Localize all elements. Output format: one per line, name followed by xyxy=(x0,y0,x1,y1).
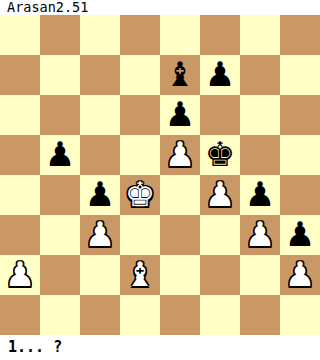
square-b3[interactable] xyxy=(40,215,80,255)
square-g4[interactable]: ♟ xyxy=(240,175,280,215)
move-prompt: 1... ? xyxy=(0,335,320,360)
square-g8[interactable] xyxy=(240,15,280,55)
square-b1[interactable] xyxy=(40,295,80,335)
square-c5[interactable] xyxy=(80,135,120,175)
square-e7[interactable]: ♝ xyxy=(160,55,200,95)
square-c2[interactable] xyxy=(80,255,120,295)
square-a4[interactable] xyxy=(0,175,40,215)
square-b8[interactable] xyxy=(40,15,80,55)
black-pawn-g4: ♟ xyxy=(245,175,275,214)
square-a3[interactable] xyxy=(0,215,40,255)
square-b5[interactable]: ♟ xyxy=(40,135,80,175)
square-a5[interactable] xyxy=(0,135,40,175)
chess-app-window: Arasan2.51 ♝♟♟♟♟♚♟♚♟♟♟♟♟♟♝♟ 1... ? xyxy=(0,0,320,360)
square-e8[interactable] xyxy=(160,15,200,55)
square-g1[interactable] xyxy=(240,295,280,335)
square-f3[interactable] xyxy=(200,215,240,255)
square-f5[interactable]: ♚ xyxy=(200,135,240,175)
square-g2[interactable] xyxy=(240,255,280,295)
square-b2[interactable] xyxy=(40,255,80,295)
white-pawn-e5: ♟ xyxy=(165,135,195,174)
square-d6[interactable] xyxy=(120,95,160,135)
square-d1[interactable] xyxy=(120,295,160,335)
square-f2[interactable] xyxy=(200,255,240,295)
square-f8[interactable] xyxy=(200,15,240,55)
white-pawn-g3: ♟ xyxy=(245,215,275,254)
square-h1[interactable] xyxy=(280,295,320,335)
square-d8[interactable] xyxy=(120,15,160,55)
square-e4[interactable] xyxy=(160,175,200,215)
square-a7[interactable] xyxy=(0,55,40,95)
white-pawn-h2: ♟ xyxy=(285,255,315,294)
square-h6[interactable] xyxy=(280,95,320,135)
square-f1[interactable] xyxy=(200,295,240,335)
square-h8[interactable] xyxy=(280,15,320,55)
square-c6[interactable] xyxy=(80,95,120,135)
square-b6[interactable] xyxy=(40,95,80,135)
black-bishop-e7: ♝ xyxy=(165,55,195,94)
square-a6[interactable] xyxy=(0,95,40,135)
square-d2[interactable]: ♝ xyxy=(120,255,160,295)
square-c3[interactable]: ♟ xyxy=(80,215,120,255)
square-g5[interactable] xyxy=(240,135,280,175)
square-e6[interactable]: ♟ xyxy=(160,95,200,135)
white-pawn-c3: ♟ xyxy=(85,215,115,254)
white-pawn-f4: ♟ xyxy=(205,175,235,214)
black-pawn-c4: ♟ xyxy=(85,175,115,214)
square-h4[interactable] xyxy=(280,175,320,215)
square-f7[interactable]: ♟ xyxy=(200,55,240,95)
square-h7[interactable] xyxy=(280,55,320,95)
square-b7[interactable] xyxy=(40,55,80,95)
square-b4[interactable] xyxy=(40,175,80,215)
square-d7[interactable] xyxy=(120,55,160,95)
square-e5[interactable]: ♟ xyxy=(160,135,200,175)
square-e2[interactable] xyxy=(160,255,200,295)
black-pawn-f7: ♟ xyxy=(205,55,235,94)
square-d4[interactable]: ♚ xyxy=(120,175,160,215)
square-h2[interactable]: ♟ xyxy=(280,255,320,295)
white-pawn-a2: ♟ xyxy=(5,255,35,294)
square-a1[interactable] xyxy=(0,295,40,335)
square-d3[interactable] xyxy=(120,215,160,255)
square-c4[interactable]: ♟ xyxy=(80,175,120,215)
engine-title: Arasan2.51 xyxy=(0,0,320,15)
white-bishop-d2: ♝ xyxy=(125,255,155,294)
square-e1[interactable] xyxy=(160,295,200,335)
square-h5[interactable] xyxy=(280,135,320,175)
square-g7[interactable] xyxy=(240,55,280,95)
square-h3[interactable]: ♟ xyxy=(280,215,320,255)
black-pawn-b5: ♟ xyxy=(45,135,75,174)
square-c1[interactable] xyxy=(80,295,120,335)
black-pawn-h3: ♟ xyxy=(285,215,315,254)
square-a2[interactable]: ♟ xyxy=(0,255,40,295)
black-pawn-e6: ♟ xyxy=(165,95,195,134)
black-king-f5: ♚ xyxy=(205,135,235,174)
square-f6[interactable] xyxy=(200,95,240,135)
square-e3[interactable] xyxy=(160,215,200,255)
chess-board: ♝♟♟♟♟♚♟♚♟♟♟♟♟♟♝♟ xyxy=(0,15,320,335)
square-g3[interactable]: ♟ xyxy=(240,215,280,255)
square-f4[interactable]: ♟ xyxy=(200,175,240,215)
square-c7[interactable] xyxy=(80,55,120,95)
square-d5[interactable] xyxy=(120,135,160,175)
square-g6[interactable] xyxy=(240,95,280,135)
square-a8[interactable] xyxy=(0,15,40,55)
square-c8[interactable] xyxy=(80,15,120,55)
white-king-d4: ♚ xyxy=(125,175,155,214)
